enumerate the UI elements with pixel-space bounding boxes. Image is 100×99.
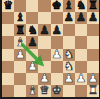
square-a5[interactable] (2, 36, 14, 48)
square-f6[interactable] (63, 24, 75, 36)
square-e6[interactable]: ♟ (51, 24, 63, 36)
black-pawn-d6[interactable]: ♟ (38, 24, 50, 36)
chess-board[interactable]: ♛♚♝♞♜♝♟♟♟♜♞♟♟♝♟♟♟♞♟♞♟♟♟♟♝♛♚♜ (2, 0, 99, 97)
white-pawn-e4[interactable]: ♟ (51, 49, 63, 61)
white-pawn-b4[interactable]: ♟ (14, 49, 26, 61)
square-b2[interactable] (14, 73, 26, 85)
square-d1[interactable]: ♛ (38, 85, 50, 97)
black-pawn-g7[interactable]: ♟ (75, 12, 87, 24)
white-rook-h1[interactable]: ♜ (87, 85, 99, 97)
square-c3[interactable]: ♟ (26, 61, 38, 73)
black-pawn-c5[interactable]: ♟ (26, 36, 38, 48)
square-f2[interactable]: ♟ (63, 73, 75, 85)
black-pawn-e6[interactable]: ♟ (51, 24, 63, 36)
black-queen-a8[interactable]: ♛ (2, 0, 14, 12)
square-d5[interactable] (38, 36, 50, 48)
square-e4[interactable]: ♟ (51, 49, 63, 61)
square-h6[interactable] (87, 24, 99, 36)
square-g1[interactable] (75, 85, 87, 97)
square-e8[interactable]: ♚ (51, 0, 63, 12)
white-pawn-g2[interactable]: ♟ (75, 73, 87, 85)
square-g2[interactable]: ♟ (75, 73, 87, 85)
square-b1[interactable] (14, 85, 26, 97)
square-d6[interactable]: ♟ (38, 24, 50, 36)
square-c8[interactable] (26, 0, 38, 12)
white-bishop-c1[interactable]: ♝ (26, 85, 38, 97)
square-g4[interactable] (75, 49, 87, 61)
black-pawn-f7[interactable]: ♟ (63, 12, 75, 24)
square-a8[interactable]: ♛ (2, 0, 14, 12)
white-pawn-c3[interactable]: ♟ (26, 61, 38, 73)
square-a3[interactable] (2, 61, 14, 73)
square-g5[interactable] (75, 36, 87, 48)
square-a2[interactable] (2, 73, 14, 85)
square-f1[interactable] (63, 85, 75, 97)
square-g6[interactable] (75, 24, 87, 36)
square-a6[interactable] (2, 24, 14, 36)
square-a7[interactable] (2, 12, 14, 24)
square-h1[interactable]: ♜ (87, 85, 99, 97)
square-d8[interactable] (38, 0, 50, 12)
square-c1[interactable]: ♝ (26, 85, 38, 97)
white-king-e1[interactable]: ♚ (51, 85, 63, 97)
black-king-e8[interactable]: ♚ (51, 0, 63, 12)
white-queen-d1[interactable]: ♛ (38, 85, 50, 97)
square-a1[interactable] (2, 85, 14, 97)
square-d4[interactable] (38, 49, 50, 61)
white-pawn-f2[interactable]: ♟ (63, 73, 75, 85)
square-e3[interactable] (51, 61, 63, 73)
square-h4[interactable] (87, 49, 99, 61)
square-b3[interactable] (14, 61, 26, 73)
square-e1[interactable]: ♚ (51, 85, 63, 97)
square-b4[interactable]: ♟ (14, 49, 26, 61)
square-h7[interactable]: ♟ (87, 12, 99, 24)
chess-app-screenshot: ♛♚♝♞♜♝♟♟♟♜♞♟♟♝♟♟♟♞♟♞♟♟♟♟♝♛♚♜ (0, 0, 100, 99)
square-c5[interactable]: ♟ (26, 36, 38, 48)
square-g7[interactable]: ♟ (75, 12, 87, 24)
square-f7[interactable]: ♟ (63, 12, 75, 24)
square-h5[interactable] (87, 36, 99, 48)
black-pawn-h7[interactable]: ♟ (87, 12, 99, 24)
square-a4[interactable] (2, 49, 14, 61)
